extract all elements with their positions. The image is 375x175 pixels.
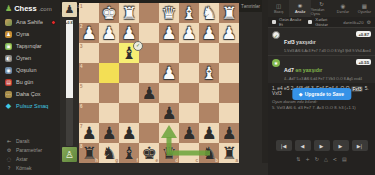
square-a4[interactable] xyxy=(219,63,239,83)
square-f7[interactable]: ♟ xyxy=(119,123,139,143)
opponent-avatar[interactable]: ♟ xyxy=(62,2,77,17)
square-f1[interactable]: ♜ xyxy=(119,3,139,23)
depth-label: dərinlik=20 xyxy=(343,20,363,25)
square-d8[interactable]: ♛d xyxy=(159,143,179,163)
upgrade-label: Upgrade to Save xyxy=(305,91,344,97)
learn-icon: ◐ xyxy=(5,55,12,62)
tab-label: Yenidən Oyna xyxy=(311,8,332,16)
square-c7[interactable]: ♟ xyxy=(179,123,199,143)
save-icon: ◆ xyxy=(299,91,303,97)
line-eval-badge: +0.87 xyxy=(356,31,371,37)
tab-label: Baxış xyxy=(274,10,284,14)
square-e2[interactable] xyxy=(139,23,159,43)
analysis-options-row: Özün Analiz Et Xətləri Göstər dərinlik=2… xyxy=(268,17,375,27)
square-e5[interactable]: ♟ xyxy=(139,83,159,103)
piece-wP-c2[interactable]: ♟ xyxy=(179,23,199,43)
square-a8[interactable]: ♜a xyxy=(219,143,239,163)
line-verdict: ən yaxşıdır xyxy=(295,67,322,73)
best-move-icon: ★ xyxy=(272,59,280,67)
sidebar-item-label: Oyna xyxy=(16,31,29,37)
sidebar-item-daha-çox[interactable]: ⋯Daha Çox xyxy=(0,88,60,100)
prev-move-button[interactable]: ◀ xyxy=(295,140,311,151)
tab-dərslər[interactable]: ◉Dərslər xyxy=(332,0,353,17)
rank-label: 3 xyxy=(80,44,83,49)
piece-wP-f2[interactable]: ♟ xyxy=(119,23,139,43)
file-label: c xyxy=(195,158,198,163)
tab-label: Oyunlar xyxy=(358,10,371,14)
help-icon: ? xyxy=(6,165,12,171)
square-f8[interactable]: ♝f xyxy=(119,143,139,163)
square-g1[interactable]: ♚ xyxy=(99,3,119,23)
engine-settings-gear-icon[interactable]: ⚙ xyxy=(367,19,371,25)
square-c1[interactable]: ♝ xyxy=(179,3,199,23)
square-d2[interactable]: ♟ xyxy=(159,23,179,43)
sidebar-item-label: Ana Səhifə xyxy=(16,19,43,25)
tab-oyunlar[interactable]: ▦Oyunlar xyxy=(354,0,375,17)
sidebar-item-label: Bu gün xyxy=(16,79,33,85)
square-d6[interactable]: ♟ xyxy=(159,103,179,123)
square-b2[interactable]: ♟ xyxy=(199,23,219,43)
square-f2[interactable]: ♟ xyxy=(119,23,139,43)
rank-label: 2 xyxy=(80,24,83,29)
piece-wN-b1[interactable]: ♞ xyxy=(199,3,219,23)
square-b1[interactable]: ♞ xyxy=(199,3,219,23)
more-icon: ⋯ xyxy=(5,91,12,98)
square-d5[interactable] xyxy=(159,83,179,103)
sidebar-item-label: Daha Çox xyxy=(16,91,40,97)
tab-label: Analiz xyxy=(295,10,305,14)
eval-bar-white-fill xyxy=(66,20,73,98)
sidebar-item-label: Tapşırıqlar xyxy=(16,43,42,49)
square-c6[interactable] xyxy=(179,103,199,123)
line-move: Fxf3 xyxy=(284,39,296,45)
flip-icon[interactable]: ⇅ xyxy=(296,156,300,162)
square-a1[interactable]: ♜ xyxy=(219,3,239,23)
square-h3[interactable]: 3 xyxy=(79,43,99,63)
piece-wR-f1[interactable]: ♜ xyxy=(119,3,139,23)
panel-tabs: ◫Baxış✳Analiz↻Yenidən Oyna◉Dərslər▦Oyunl… xyxy=(268,0,375,17)
square-g4[interactable] xyxy=(99,63,119,83)
collapse-icon: ⇤ xyxy=(6,138,12,144)
line-eval-badge: +0.55 xyxy=(356,59,371,65)
board-tools: ⇅+↻△<▤ xyxy=(268,156,375,162)
sidebar-footer-label: Kömək xyxy=(16,165,32,171)
square-h8[interactable]: ♜8h xyxy=(79,143,99,163)
piece-wP-d4[interactable]: ♟ xyxy=(159,63,179,83)
piece-bP-d6[interactable]: ♟ xyxy=(159,103,179,123)
square-e7[interactable] xyxy=(139,123,159,143)
square-b4[interactable]: ♝ xyxy=(199,63,219,83)
logo-text: Chess xyxy=(14,4,37,13)
square-e1[interactable] xyxy=(139,3,159,23)
chart-icon: ◫ xyxy=(276,3,281,9)
square-d1[interactable]: ♛ xyxy=(159,3,179,23)
tab-label: Dərslər xyxy=(337,10,349,14)
board-area: ♟ +0.87 ♙ 1♚♜♛♝♞♜♟2♟♟♟♟♟♟3♝4♟♝5♟6♟♟7♟♟♟♟… xyxy=(60,0,268,175)
avatar-icon xyxy=(5,19,12,26)
sidebar-footer-gear[interactable]: ⚙Parametrlər xyxy=(0,145,60,154)
square-d7[interactable] xyxy=(159,123,179,143)
logo-tld: .com xyxy=(39,6,52,12)
square-e4[interactable] xyxy=(139,63,159,83)
square-a2[interactable]: ♟ xyxy=(219,23,239,43)
play-move-button[interactable]: ▶ xyxy=(314,140,330,151)
rank-label: 6 xyxy=(80,104,83,109)
gear-icon: ⚙ xyxy=(6,147,12,153)
file-label: b xyxy=(215,158,218,163)
square-e8[interactable]: ♚e xyxy=(139,143,159,163)
sidebar-item-oyna[interactable]: ♟Oyna xyxy=(0,28,60,40)
square-g5[interactable] xyxy=(99,83,119,103)
replay-icon: ↻ xyxy=(319,1,324,7)
square-c8[interactable]: c xyxy=(179,143,199,163)
square-b3[interactable] xyxy=(199,43,219,63)
square-e6[interactable] xyxy=(139,103,159,123)
square-c5[interactable] xyxy=(179,83,199,103)
square-b6[interactable] xyxy=(199,103,219,123)
file-label: g xyxy=(115,158,118,163)
square-g8[interactable]: ♞g xyxy=(99,143,119,163)
piece-wP-d2[interactable]: ♟ xyxy=(159,23,179,43)
analysis-icon: ✳ xyxy=(298,3,303,9)
news-icon: ▤ xyxy=(5,79,12,86)
square-f4[interactable] xyxy=(119,63,139,83)
piece-wP-g2[interactable]: ♟ xyxy=(99,23,119,43)
line-pv: 5.Vxf3 Af6 6.Ac3 Fe7 7.d3 O-O 8.Vg3 Şh8 … xyxy=(284,49,371,53)
square-h1[interactable]: 1 xyxy=(79,3,99,23)
sidebar-item-label: Qoşulun xyxy=(16,67,37,73)
move-classification-icon: ✓ xyxy=(133,41,143,51)
chess-board[interactable]: 1♚♜♛♝♞♜♟2♟♟♟♟♟♟3♝4♟♝5♟6♟♟7♟♟♟♟♟♜8h♞g♝f♚e… xyxy=(79,3,239,163)
square-a7[interactable]: ♟ xyxy=(219,123,239,143)
continuation-line[interactable]: 5. Vxf3 Af6 6. d3 Fe7 7. Ac3 O-O 8. h3 (… xyxy=(268,104,375,111)
last-move-button[interactable]: ▶| xyxy=(352,140,368,151)
sidebar-item-pulsuz-sınaq[interactable]: ◆Pulsuz Sınaq xyxy=(0,100,60,112)
square-f6[interactable] xyxy=(119,103,139,123)
player-avatar[interactable]: ♙ xyxy=(62,147,77,162)
puzzle-icon: ▣ xyxy=(5,43,12,50)
rank-label: 4 xyxy=(80,64,83,69)
file-label: d xyxy=(175,158,178,163)
rank-label: 1 xyxy=(80,4,83,9)
analyze-self-label: Özün Analiz Et xyxy=(279,17,306,27)
tab-yenidən-oyna[interactable]: ↻Yenidən Oyna xyxy=(311,0,332,17)
lessons-icon: ◉ xyxy=(341,3,346,9)
rank-label: 8 xyxy=(80,144,83,149)
square-h6[interactable]: 6 xyxy=(79,103,99,123)
analysis-panel: ◫Baxış✳Analiz↻Yenidən Oyna◉Dərslər▦Oyunl… xyxy=(268,0,375,175)
sidebar-item-tapşırıqlar[interactable]: ▣Tapşırıqlar xyxy=(0,40,60,52)
piece-bP-b7[interactable]: ♟ xyxy=(199,123,219,143)
square-b8[interactable]: ♞b xyxy=(199,143,219,163)
square-g7[interactable]: ♟ xyxy=(99,123,119,143)
engine-line-good[interactable]: ✓Fxf3 yaxşıdır5.Vxf3 Af6 6.Ac3 Fe7 7.d3 … xyxy=(268,27,375,55)
square-f5[interactable] xyxy=(119,83,139,103)
share-icon[interactable]: < xyxy=(333,156,337,162)
sidebar-item-ana-səhifə[interactable]: Ana Səhifə xyxy=(0,16,60,28)
piece-wK-g1[interactable]: ♚ xyxy=(99,3,119,23)
piece-wQ-d1[interactable]: ♛ xyxy=(159,3,179,23)
tab-analiz[interactable]: ✳Analiz xyxy=(289,0,310,17)
square-d4[interactable]: ♟ xyxy=(159,63,179,83)
board-footer-label: Təmrinlər xyxy=(241,4,260,9)
notification-badge xyxy=(51,20,56,25)
sidebar-item-qoşulun[interactable]: ◉Qoşulun xyxy=(0,64,60,76)
sidebar-item-öyrən[interactable]: ◐Öyrən xyxy=(0,52,60,64)
piece-wP-a2[interactable]: ♟ xyxy=(219,23,239,43)
tab-baxış[interactable]: ◫Baxış xyxy=(268,0,289,17)
piece-wR-a1[interactable]: ♜ xyxy=(219,3,239,23)
square-c3[interactable] xyxy=(179,43,199,63)
eval-value: +0.87 xyxy=(66,21,73,25)
square-h7[interactable]: ♟7 xyxy=(79,123,99,143)
current-move[interactable]: Fxf3 xyxy=(351,86,363,92)
file-label: e xyxy=(155,158,158,163)
sidebar-footer-search[interactable]: ◌Axtar xyxy=(0,154,60,163)
show-lines-checkbox[interactable] xyxy=(308,20,312,24)
piece-bP-g7[interactable]: ♟ xyxy=(99,123,119,143)
piece-wP-b2[interactable]: ♟ xyxy=(199,23,219,43)
line-verdict: yaxşıdır xyxy=(296,39,316,45)
piece-bP-c7[interactable]: ♟ xyxy=(179,123,199,143)
sidebar: ♟ Chess .com Ana Səhifə♟Oyna▣Tapşırıqlar… xyxy=(0,0,60,175)
square-g2[interactable]: ♟ xyxy=(99,23,119,43)
engine-line-best[interactable]: ★Ad7 ən yaxşıdır4...Ad7 5.c3 Af6 6.d4 Fe… xyxy=(268,55,375,83)
next-move-button[interactable]: ▶ xyxy=(333,140,349,151)
boards-icon[interactable]: ▤ xyxy=(342,156,347,162)
square-h2[interactable]: ♟2 xyxy=(79,23,99,43)
piece-wB-b4[interactable]: ♝ xyxy=(199,63,219,83)
sidebar-footer-label: Parametrlər xyxy=(16,147,42,153)
good-move-icon: ✓ xyxy=(272,31,280,39)
search-icon: ◌ xyxy=(6,156,12,162)
file-label: f xyxy=(137,158,139,163)
eval-bar: +0.87 xyxy=(66,20,73,146)
square-h5[interactable]: 5 xyxy=(79,83,99,103)
piece-bP-e5[interactable]: ♟ xyxy=(139,83,159,103)
square-b5[interactable] xyxy=(199,83,219,103)
line-move: Ad7 xyxy=(284,67,295,73)
sidebar-footer: ⇤Daralt⚙Parametrlər◌Axtar?Kömək xyxy=(0,136,60,172)
watch-icon: ◉ xyxy=(5,67,12,74)
square-b7[interactable]: ♟ xyxy=(199,123,219,143)
move-navigation: |◀◀▶▶▶| xyxy=(268,140,375,151)
square-d3[interactable] xyxy=(159,43,179,63)
sidebar-item-bu-gün[interactable]: ▤Bu gün xyxy=(0,76,60,88)
reset-icon[interactable]: ↻ xyxy=(315,156,319,162)
sidebar-footer-help[interactable]: ?Kömək xyxy=(0,163,60,172)
games-icon: ▦ xyxy=(362,3,367,9)
analyze-self-checkbox[interactable] xyxy=(272,20,276,24)
sidebar-footer-collapse[interactable]: ⇤Daralt xyxy=(0,136,60,145)
piece-bP-a7[interactable]: ♟ xyxy=(219,123,239,143)
diamond-icon: ◆ xyxy=(5,103,12,110)
file-label: h xyxy=(95,158,98,163)
file-label: a xyxy=(235,158,238,163)
show-lines-label: Xətləri Göstər xyxy=(315,17,340,27)
square-c2[interactable]: ♟ xyxy=(179,23,199,43)
pawn-icon: ♟ xyxy=(5,31,12,38)
square-g3[interactable] xyxy=(99,43,119,63)
square-h4[interactable]: 4 xyxy=(79,63,99,83)
chesscom-logo[interactable]: ♟ Chess .com xyxy=(0,0,60,16)
upload-icon[interactable]: △ xyxy=(324,156,328,162)
square-g6[interactable] xyxy=(99,103,119,123)
add-icon[interactable]: + xyxy=(306,156,310,162)
sidebar-item-label: Pulsuz Sınaq xyxy=(16,103,48,109)
rank-label: 5 xyxy=(80,84,83,89)
square-c4[interactable] xyxy=(179,63,199,83)
upgrade-to-save-button[interactable]: ◆ Upgrade to Save xyxy=(292,88,351,100)
sidebar-item-label: Öyrən xyxy=(16,55,31,61)
line-pv: 4...Ad7 5.c3 Af6 6.d4 Fe7 7.Vb3 O-O 8.Ag… xyxy=(284,77,371,81)
sidebar-footer-label: Axtar xyxy=(16,156,28,162)
rank-label: 7 xyxy=(80,124,83,129)
sidebar-footer-label: Daralt xyxy=(16,138,29,144)
piece-wB-c1[interactable]: ♝ xyxy=(179,3,199,23)
pawn-logo-icon: ♟ xyxy=(5,4,12,13)
square-a5[interactable] xyxy=(219,83,239,103)
square-a6[interactable] xyxy=(219,103,239,123)
piece-bP-f7[interactable]: ♟ xyxy=(119,123,139,143)
square-a3[interactable] xyxy=(219,43,239,63)
first-move-button[interactable]: |◀ xyxy=(276,140,292,151)
